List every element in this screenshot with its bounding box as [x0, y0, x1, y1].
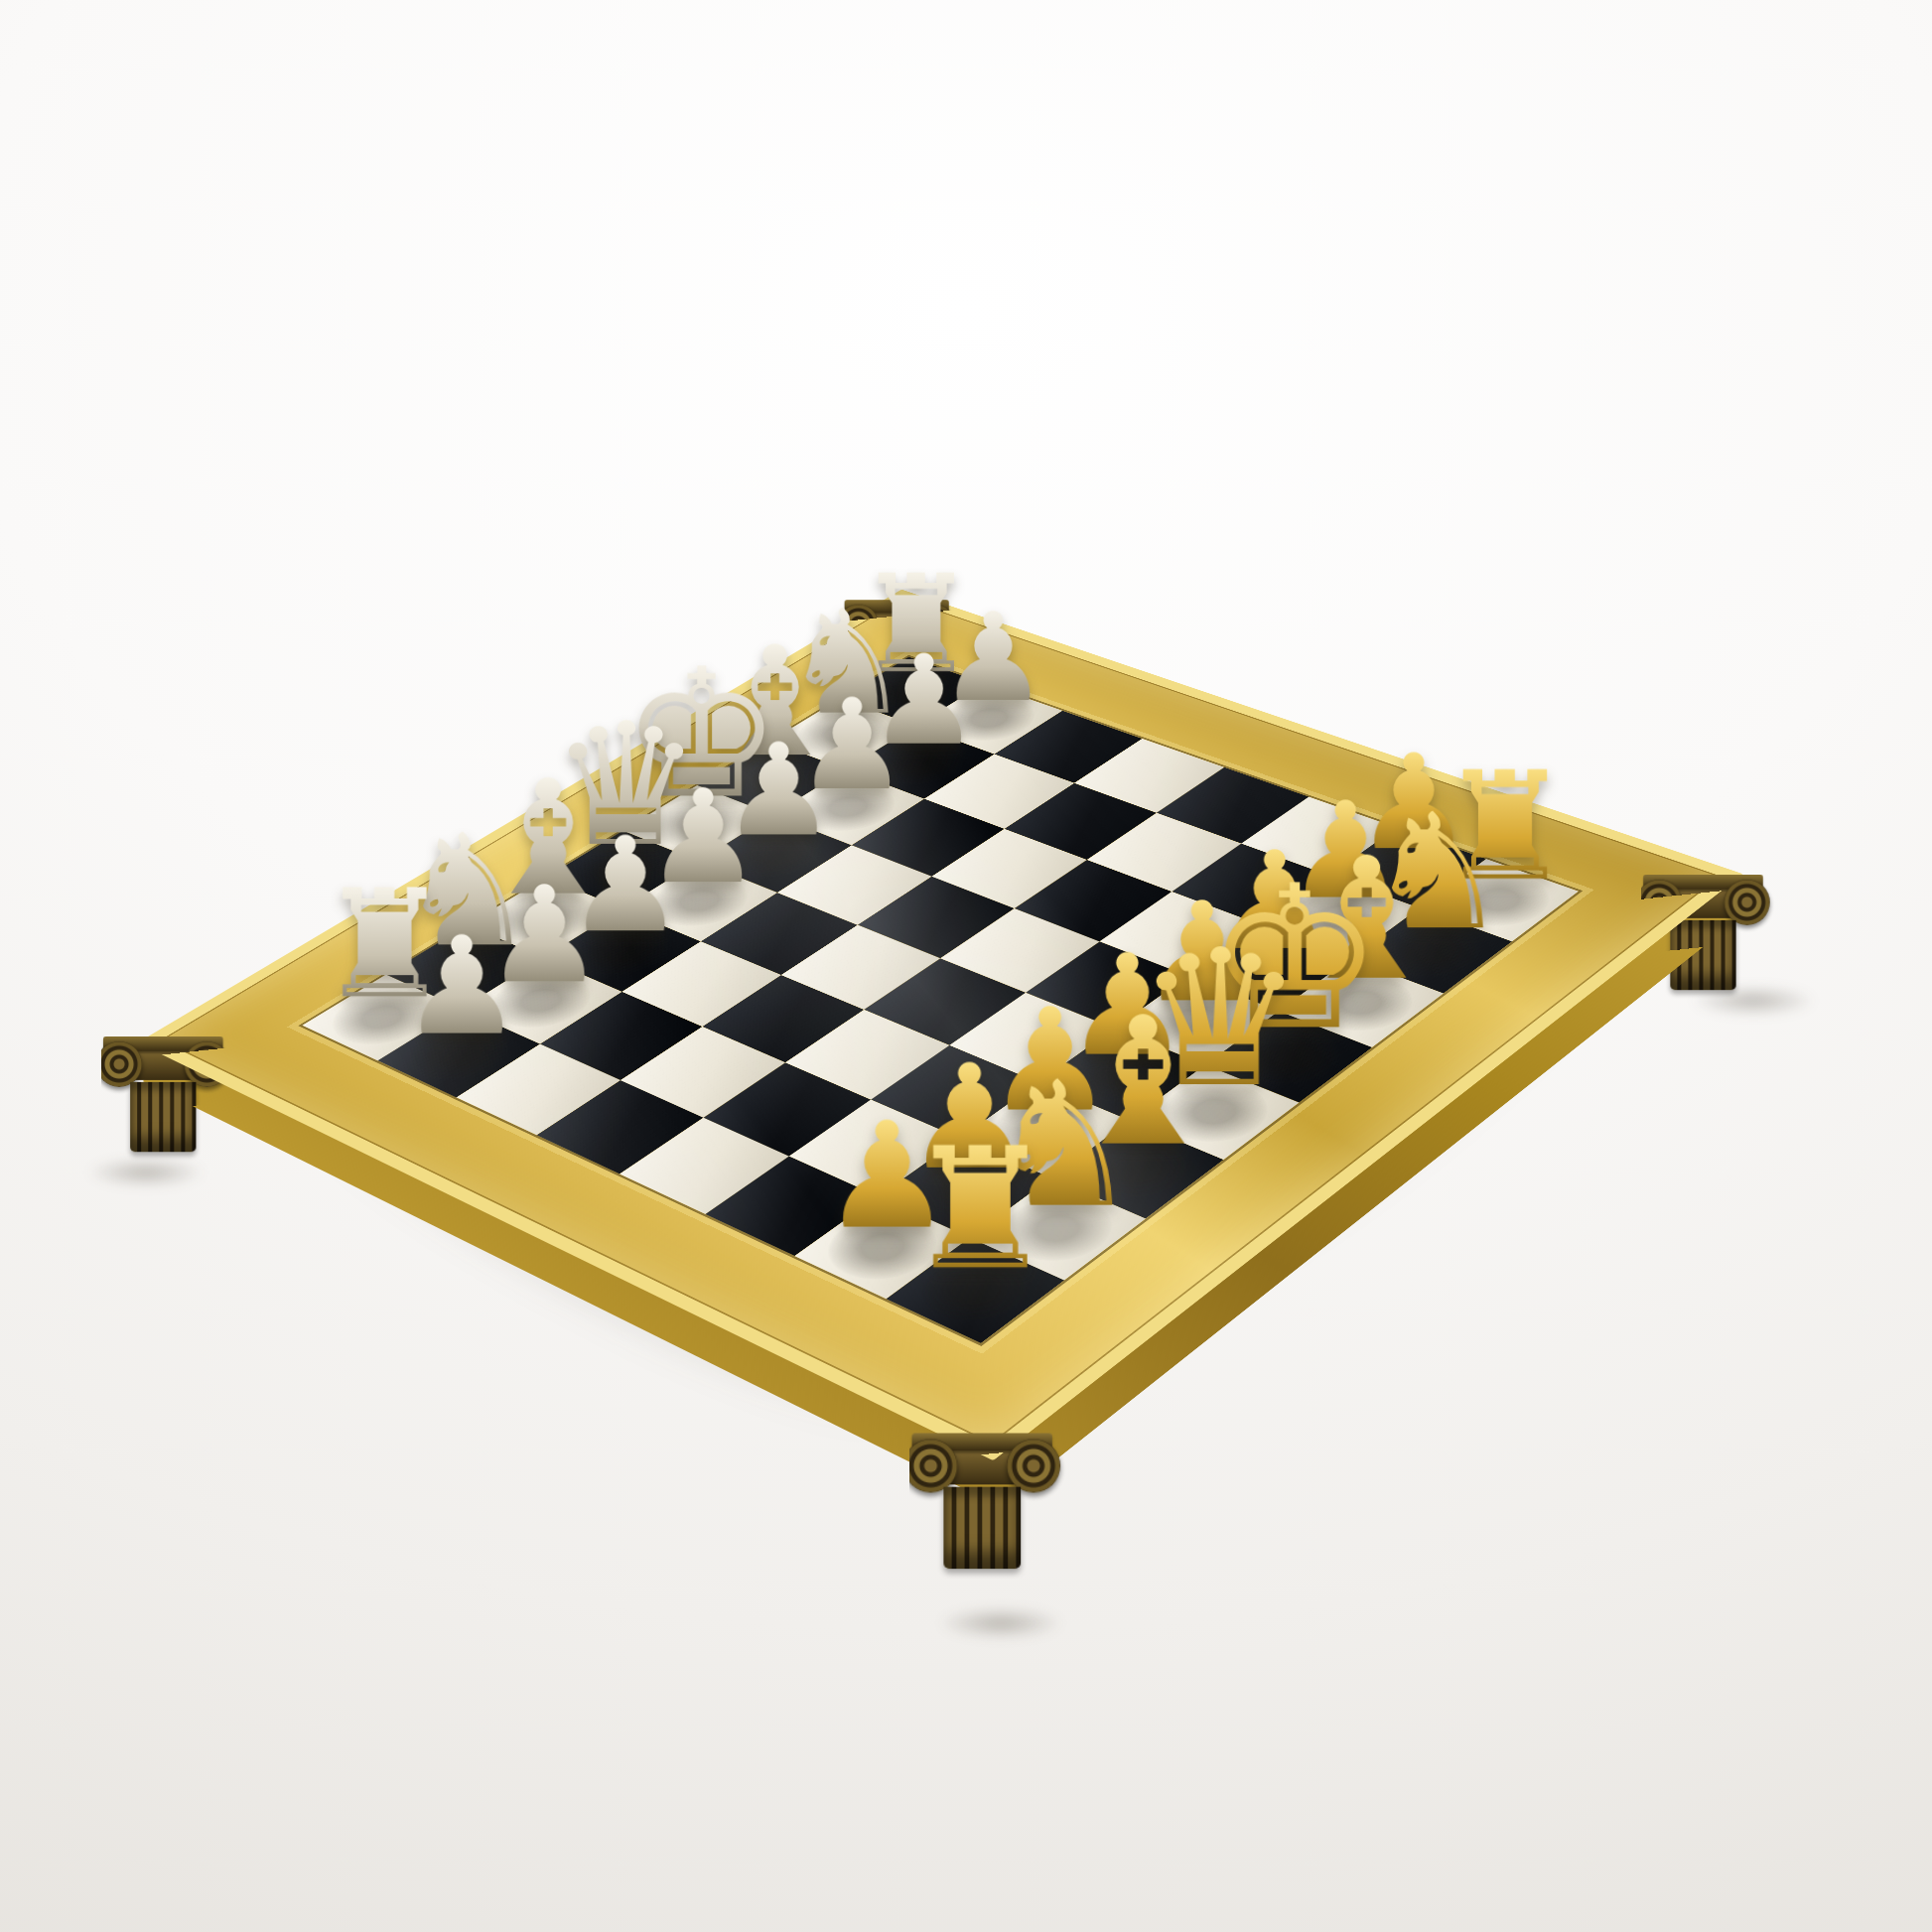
- volute-icon: [1725, 880, 1770, 925]
- foot-shaft: [130, 1082, 196, 1152]
- board-tilt-wrapper: ♜♞♝♛♚♝♞♜♟♟♟♟♟♟♟♟♟♟♟♟♟♟♟♟♜♞♝♛♚♝♞♜: [0, 0, 1932, 1932]
- chess-board: ♜♞♝♛♚♝♞♜♟♟♟♟♟♟♟♟♟♟♟♟♟♟♟♟♜♞♝♛♚♝♞♜: [138, 590, 1743, 1461]
- volute-icon: [1007, 1439, 1060, 1492]
- gold-rook-icon: ♜: [813, 1125, 1148, 1292]
- foot-shaft: [943, 1487, 1021, 1569]
- volute-icon: [96, 1041, 142, 1087]
- product-photo-scene: ♜♞♝♛♚♝♞♜♟♟♟♟♟♟♟♟♟♟♟♟♟♟♟♟♜♞♝♛♚♝♞♜: [0, 0, 1932, 1932]
- silver-pawn-icon: ♟: [311, 919, 615, 1054]
- volute-icon: [903, 1439, 957, 1492]
